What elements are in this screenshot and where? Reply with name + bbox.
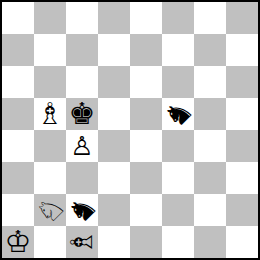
piece-white-bishop[interactable]: ♗: [66, 229, 98, 256]
square-d1[interactable]: [98, 226, 130, 258]
square-a3[interactable]: [2, 162, 34, 194]
square-a1[interactable]: ♔: [2, 226, 34, 258]
square-a4[interactable]: [2, 130, 34, 162]
square-d5[interactable]: [98, 98, 130, 130]
square-f2[interactable]: [162, 194, 194, 226]
square-b7[interactable]: [34, 34, 66, 66]
square-h3[interactable]: [226, 162, 258, 194]
square-f5[interactable]: ♞: [162, 98, 194, 130]
square-b4[interactable]: [34, 130, 66, 162]
square-e7[interactable]: [130, 34, 162, 66]
square-h6[interactable]: [226, 66, 258, 98]
square-e1[interactable]: [130, 226, 162, 258]
square-d2[interactable]: [98, 194, 130, 226]
square-g5[interactable]: [194, 98, 226, 130]
piece-white-pawn[interactable]: ♙: [70, 130, 93, 162]
square-h4[interactable]: [226, 130, 258, 162]
square-b3[interactable]: [34, 162, 66, 194]
square-f7[interactable]: [162, 34, 194, 66]
square-d3[interactable]: [98, 162, 130, 194]
square-h7[interactable]: [226, 34, 258, 66]
chess-diagram-frame: ♗♚♞♙♘♞♔♗: [0, 0, 260, 260]
square-c2[interactable]: ♞: [66, 194, 98, 226]
square-a2[interactable]: [2, 194, 34, 226]
square-e4[interactable]: [130, 130, 162, 162]
square-g1[interactable]: [194, 226, 226, 258]
square-e8[interactable]: [130, 2, 162, 34]
piece-black-king[interactable]: ♚: [69, 98, 96, 130]
chess-board: ♗♚♞♙♘♞♔♗: [2, 2, 258, 258]
square-c6[interactable]: [66, 66, 98, 98]
square-g2[interactable]: [194, 194, 226, 226]
square-c3[interactable]: [66, 162, 98, 194]
square-d4[interactable]: [98, 130, 130, 162]
square-c4[interactable]: ♙: [66, 130, 98, 162]
square-f8[interactable]: [162, 2, 194, 34]
square-g4[interactable]: [194, 130, 226, 162]
square-b6[interactable]: [34, 66, 66, 98]
square-e5[interactable]: [130, 98, 162, 130]
square-b5[interactable]: ♗: [34, 98, 66, 130]
square-h1[interactable]: [226, 226, 258, 258]
square-g8[interactable]: [194, 2, 226, 34]
square-b2[interactable]: ♘: [34, 194, 66, 226]
square-g6[interactable]: [194, 66, 226, 98]
piece-white-bishop[interactable]: ♗: [37, 98, 64, 130]
square-f1[interactable]: [162, 226, 194, 258]
square-f4[interactable]: [162, 130, 194, 162]
square-d7[interactable]: [98, 34, 130, 66]
square-f3[interactable]: [162, 162, 194, 194]
square-b1[interactable]: [34, 226, 66, 258]
piece-black-knight[interactable]: ♞: [61, 189, 103, 231]
square-a8[interactable]: [2, 2, 34, 34]
square-f6[interactable]: [162, 66, 194, 98]
square-h2[interactable]: [226, 194, 258, 226]
square-c1[interactable]: ♗: [66, 226, 98, 258]
square-h5[interactable]: [226, 98, 258, 130]
square-d8[interactable]: [98, 2, 130, 34]
piece-black-knight[interactable]: ♞: [157, 93, 199, 135]
square-b8[interactable]: [34, 2, 66, 34]
square-a7[interactable]: [2, 34, 34, 66]
square-e6[interactable]: [130, 66, 162, 98]
square-a6[interactable]: [2, 66, 34, 98]
square-e3[interactable]: [130, 162, 162, 194]
square-c8[interactable]: [66, 2, 98, 34]
square-c5[interactable]: ♚: [66, 98, 98, 130]
square-a5[interactable]: [2, 98, 34, 130]
square-g3[interactable]: [194, 162, 226, 194]
piece-white-king[interactable]: ♔: [5, 226, 32, 258]
square-d6[interactable]: [98, 66, 130, 98]
square-g7[interactable]: [194, 34, 226, 66]
square-c7[interactable]: [66, 34, 98, 66]
square-e2[interactable]: [130, 194, 162, 226]
square-h8[interactable]: [226, 2, 258, 34]
